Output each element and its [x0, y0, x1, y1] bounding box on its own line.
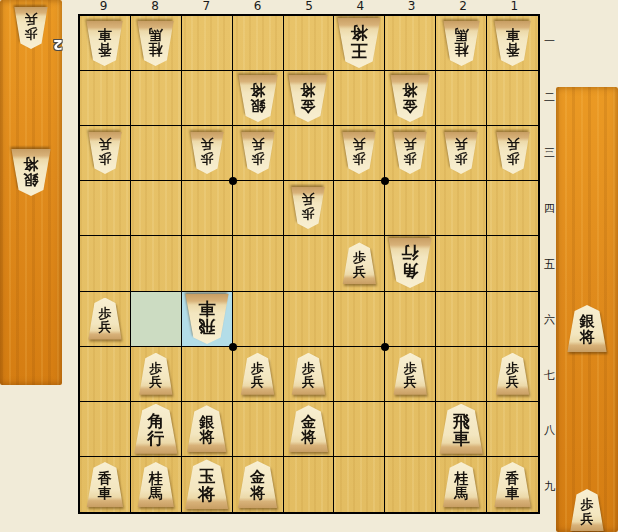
piece-sente-knight[interactable]: 桂馬 — [137, 462, 174, 507]
square-27[interactable] — [436, 347, 487, 402]
square-22[interactable] — [436, 71, 487, 126]
square-77[interactable] — [182, 347, 233, 402]
rank-label-1: 一 — [543, 14, 556, 70]
square-75[interactable] — [182, 236, 233, 291]
square-23[interactable]: 歩兵 — [436, 126, 487, 181]
piece-face: 歩兵 — [88, 132, 122, 174]
piece-face: 飛車 — [185, 294, 229, 344]
piece-face: 銀将 — [187, 405, 227, 452]
piece-gote-lance[interactable]: 香車 — [86, 21, 123, 66]
piece-gote-pawn[interactable]: 歩兵 — [291, 187, 325, 229]
square-56[interactable] — [284, 292, 335, 347]
file-label-9: 9 — [78, 0, 129, 14]
file-label-4: 4 — [335, 0, 386, 14]
piece-gote-pawn: 歩兵 — [14, 7, 48, 49]
shogi-app: { "game": "shogi", "position": { "sfen":… — [0, 0, 618, 532]
rank-label-8: 八 — [543, 403, 556, 459]
hand-piece-count: 2 — [53, 37, 63, 53]
piece-face: 歩兵 — [241, 132, 275, 174]
square-96[interactable]: 歩兵 — [80, 292, 131, 347]
piece-gote-knight[interactable]: 桂馬 — [137, 21, 174, 66]
star-point — [229, 343, 237, 351]
piece-face: 香車 — [86, 21, 123, 66]
piece-face: 歩兵 — [88, 298, 122, 340]
file-label-3: 3 — [386, 0, 437, 14]
piece-face: 香車 — [494, 21, 531, 66]
piece-sente-pawn[interactable]: 歩兵 — [291, 353, 325, 395]
piece-face: 金将 — [390, 75, 430, 122]
piece-sente-silver: 銀将 — [567, 305, 607, 352]
piece-face: 歩兵 — [139, 353, 173, 395]
piece-face: 角行 — [134, 404, 178, 454]
piece-sente-pawn[interactable]: 歩兵 — [393, 353, 427, 395]
square-66[interactable] — [233, 292, 284, 347]
square-19[interactable]: 香車 — [487, 457, 538, 512]
square-14[interactable] — [487, 181, 538, 236]
star-point — [381, 177, 389, 185]
square-18[interactable] — [487, 402, 538, 457]
square-65[interactable] — [233, 236, 284, 291]
square-33[interactable]: 歩兵 — [385, 126, 436, 181]
square-67[interactable]: 歩兵 — [233, 347, 284, 402]
square-47[interactable] — [334, 347, 385, 402]
star-point — [381, 343, 389, 351]
piece-gote-silver[interactable]: 銀将 — [238, 75, 278, 122]
square-42[interactable] — [334, 71, 385, 126]
piece-face: 歩兵 — [291, 187, 325, 229]
piece-gote-lance[interactable]: 香車 — [494, 21, 531, 66]
piece-face: 歩兵 — [393, 353, 427, 395]
piece-face: 歩兵 — [444, 132, 478, 174]
piece-face: 金将 — [288, 75, 328, 122]
komadai-sente: 銀将歩兵 — [556, 87, 618, 532]
piece-face: 歩兵 — [14, 7, 48, 49]
hand-gote: 歩兵2銀将 — [0, 7, 62, 196]
file-label-6: 6 — [232, 0, 283, 14]
file-label-7: 7 — [181, 0, 232, 14]
piece-sente-lance[interactable]: 香車 — [86, 462, 123, 507]
square-85[interactable] — [131, 236, 182, 291]
file-label-8: 8 — [129, 0, 180, 14]
piece-sente-pawn[interactable]: 歩兵 — [139, 353, 173, 395]
square-11[interactable]: 香車 — [487, 16, 538, 71]
piece-face: 金将 — [238, 461, 278, 508]
square-95[interactable] — [80, 236, 131, 291]
square-59[interactable] — [284, 457, 335, 512]
piece-face: 香車 — [494, 462, 531, 507]
square-94[interactable] — [80, 181, 131, 236]
square-82[interactable] — [131, 71, 182, 126]
piece-face: 銀将 — [238, 75, 278, 122]
komadai-gote: 歩兵2銀将 — [0, 0, 62, 385]
piece-gote-bishop[interactable]: 角行 — [388, 238, 432, 288]
piece-face: 香車 — [86, 462, 123, 507]
square-24[interactable] — [436, 181, 487, 236]
piece-face: 金将 — [288, 405, 328, 452]
piece-sente-gold[interactable]: 金将 — [238, 461, 278, 508]
square-53[interactable] — [284, 126, 335, 181]
piece-sente-silver[interactable]: 銀将 — [187, 405, 227, 452]
file-label-1: 1 — [489, 0, 540, 14]
star-point — [229, 177, 237, 185]
square-54[interactable]: 歩兵 — [284, 181, 335, 236]
piece-gote-rook[interactable]: 飛車 — [185, 294, 229, 344]
piece-face: 歩兵 — [291, 353, 325, 395]
square-64[interactable] — [233, 181, 284, 236]
piece-gote-pawn[interactable]: 歩兵 — [88, 132, 122, 174]
square-97[interactable] — [80, 347, 131, 402]
hand-gote-silver[interactable]: 銀将 — [11, 149, 51, 196]
square-45[interactable]: 歩兵 — [334, 236, 385, 291]
square-71[interactable] — [182, 16, 233, 71]
square-89[interactable]: 桂馬 — [131, 457, 182, 512]
piece-sente-gold[interactable]: 金将 — [288, 405, 328, 452]
square-74[interactable] — [182, 181, 233, 236]
square-87[interactable]: 歩兵 — [131, 347, 182, 402]
piece-face: 歩兵 — [342, 242, 376, 284]
square-81[interactable]: 桂馬 — [131, 16, 182, 71]
piece-face: 桂馬 — [443, 21, 480, 66]
piece-face: 桂馬 — [443, 462, 480, 507]
rank-label-6: 六 — [543, 292, 556, 348]
piece-gote-pawn[interactable]: 歩兵 — [393, 132, 427, 174]
piece-face: 歩兵 — [393, 132, 427, 174]
piece-gote-pawn[interactable]: 歩兵 — [444, 132, 478, 174]
piece-gote-king[interactable]: 王将 — [337, 18, 381, 68]
square-36[interactable] — [385, 292, 436, 347]
piece-sente-bishop[interactable]: 角行 — [134, 404, 178, 454]
shogi-board: 香車桂馬王将桂馬香車銀将金将金将歩兵歩兵歩兵歩兵歩兵歩兵歩兵歩兵歩兵角行歩兵飛車… — [78, 14, 540, 514]
square-92[interactable] — [80, 71, 131, 126]
square-58[interactable]: 金将 — [284, 402, 335, 457]
piece-face: 歩兵 — [241, 353, 275, 395]
square-31[interactable] — [385, 16, 436, 71]
square-32[interactable]: 金将 — [385, 71, 436, 126]
square-62[interactable]: 銀将 — [233, 71, 284, 126]
square-34[interactable] — [385, 181, 436, 236]
rank-label-5: 五 — [543, 236, 556, 292]
square-46[interactable] — [334, 292, 385, 347]
piece-sente-king[interactable]: 玉将 — [185, 459, 229, 509]
piece-face: 玉将 — [185, 459, 229, 509]
square-28[interactable]: 飛車 — [436, 402, 487, 457]
square-15[interactable] — [487, 236, 538, 291]
piece-face: 銀将 — [11, 149, 51, 196]
rank-label-4: 四 — [543, 181, 556, 237]
square-16[interactable] — [487, 292, 538, 347]
file-labels: 987654321 — [78, 0, 540, 14]
piece-gote-pawn[interactable]: 歩兵 — [496, 132, 530, 174]
piece-gote-pawn[interactable]: 歩兵 — [342, 132, 376, 174]
piece-face: 歩兵 — [496, 353, 530, 395]
square-84[interactable] — [131, 181, 182, 236]
board-grid: 香車桂馬王将桂馬香車銀将金将金将歩兵歩兵歩兵歩兵歩兵歩兵歩兵歩兵歩兵角行歩兵飛車… — [80, 16, 538, 512]
piece-sente-lance[interactable]: 香車 — [494, 462, 531, 507]
piece-sente-pawn: 歩兵 — [570, 489, 604, 531]
piece-gote-pawn[interactable]: 歩兵 — [190, 132, 224, 174]
hand-sente: 銀将歩兵 — [556, 305, 618, 531]
piece-gote-pawn[interactable]: 歩兵 — [241, 132, 275, 174]
square-76[interactable]: 飛車 — [182, 292, 233, 347]
piece-face: 角行 — [388, 238, 432, 288]
piece-face: 歩兵 — [496, 132, 530, 174]
square-25[interactable] — [436, 236, 487, 291]
square-69[interactable]: 金将 — [233, 457, 284, 512]
piece-face: 歩兵 — [570, 489, 604, 531]
piece-face: 桂馬 — [137, 21, 174, 66]
piece-face: 銀将 — [567, 305, 607, 352]
piece-sente-rook[interactable]: 飛車 — [439, 404, 483, 454]
piece-sente-pawn[interactable]: 歩兵 — [241, 353, 275, 395]
file-label-5: 5 — [283, 0, 334, 14]
hand-sente-silver[interactable]: 銀将 — [567, 305, 607, 352]
square-63[interactable]: 歩兵 — [233, 126, 284, 181]
square-12[interactable] — [487, 71, 538, 126]
piece-sente-pawn[interactable]: 歩兵 — [496, 353, 530, 395]
square-55[interactable] — [284, 236, 335, 291]
square-52[interactable]: 金将 — [284, 71, 335, 126]
square-88[interactable]: 角行 — [131, 402, 182, 457]
file-label-2: 2 — [437, 0, 488, 14]
square-13[interactable]: 歩兵 — [487, 126, 538, 181]
square-17[interactable]: 歩兵 — [487, 347, 538, 402]
square-44[interactable] — [334, 181, 385, 236]
piece-gote-silver: 銀将 — [11, 149, 51, 196]
square-35[interactable]: 角行 — [385, 236, 436, 291]
piece-sente-pawn[interactable]: 歩兵 — [342, 242, 376, 284]
piece-gote-gold[interactable]: 金将 — [288, 75, 328, 122]
rank-labels: 一二三四五六七八九 — [543, 14, 556, 514]
square-41[interactable]: 王将 — [334, 16, 385, 71]
rank-label-3: 三 — [543, 125, 556, 181]
square-86[interactable] — [131, 292, 182, 347]
square-57[interactable]: 歩兵 — [284, 347, 335, 402]
square-61[interactable] — [233, 16, 284, 71]
square-29[interactable]: 桂馬 — [436, 457, 487, 512]
square-51[interactable] — [284, 16, 335, 71]
square-99[interactable]: 香車 — [80, 457, 131, 512]
piece-face: 歩兵 — [190, 132, 224, 174]
piece-face: 桂馬 — [137, 462, 174, 507]
square-48[interactable] — [334, 402, 385, 457]
square-39[interactable] — [385, 457, 436, 512]
square-79[interactable]: 玉将 — [182, 457, 233, 512]
square-37[interactable]: 歩兵 — [385, 347, 436, 402]
square-49[interactable] — [334, 457, 385, 512]
piece-face: 王将 — [337, 18, 381, 68]
square-43[interactable]: 歩兵 — [334, 126, 385, 181]
rank-label-7: 七 — [543, 347, 556, 403]
square-72[interactable] — [182, 71, 233, 126]
hand-sente-pawn[interactable]: 歩兵 — [570, 489, 604, 531]
square-26[interactable] — [436, 292, 487, 347]
hand-gote-pawn[interactable]: 歩兵2 — [14, 7, 48, 49]
square-73[interactable]: 歩兵 — [182, 126, 233, 181]
square-83[interactable] — [131, 126, 182, 181]
piece-sente-knight[interactable]: 桂馬 — [443, 462, 480, 507]
square-91[interactable]: 香車 — [80, 16, 131, 71]
piece-face: 飛車 — [439, 404, 483, 454]
rank-label-9: 九 — [543, 459, 556, 515]
square-93[interactable]: 歩兵 — [80, 126, 131, 181]
square-68[interactable] — [233, 402, 284, 457]
square-38[interactable] — [385, 402, 436, 457]
piece-gote-gold[interactable]: 金将 — [390, 75, 430, 122]
piece-face: 歩兵 — [342, 132, 376, 174]
rank-label-2: 二 — [543, 70, 556, 126]
piece-gote-knight[interactable]: 桂馬 — [443, 21, 480, 66]
piece-sente-pawn[interactable]: 歩兵 — [88, 298, 122, 340]
square-21[interactable]: 桂馬 — [436, 16, 487, 71]
square-78[interactable]: 銀将 — [182, 402, 233, 457]
square-98[interactable] — [80, 402, 131, 457]
